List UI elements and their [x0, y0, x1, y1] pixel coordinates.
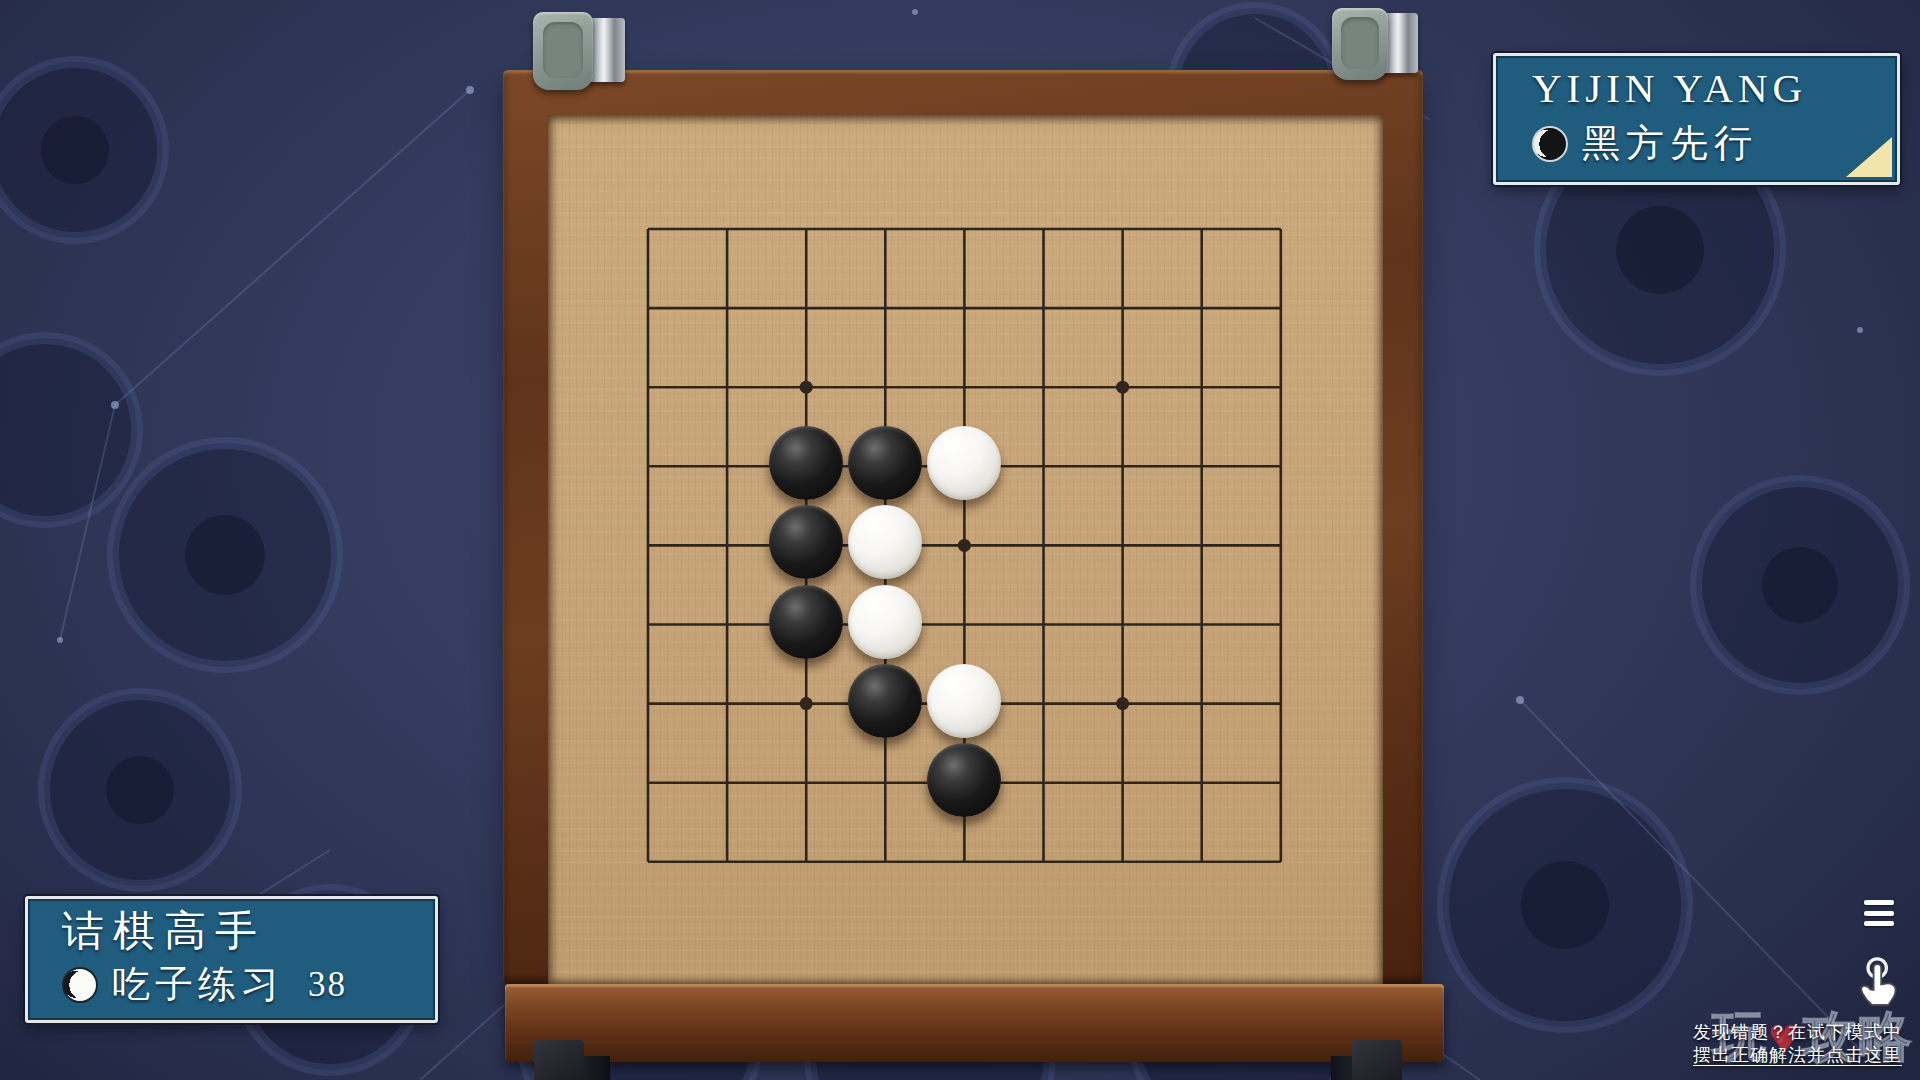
hint-click-here-link[interactable]: 摆出正确解法并点击这里 [1693, 1044, 1902, 1068]
easel-tray [505, 984, 1444, 1062]
panel-corner-triangle [1846, 137, 1892, 177]
stone-black [769, 505, 843, 579]
stone-white [848, 585, 922, 659]
player-title: YIJIN YANG [1532, 64, 1807, 112]
game-scene: YIJIN YANG 黑方先行 诘棋高手 吃子练习 38 玩♥攻略 发现错题？在… [0, 0, 1920, 1080]
turn-indicator: 黑方先行 [1582, 118, 1758, 169]
board-clamp-left [533, 12, 625, 90]
stone-black [848, 664, 922, 738]
stone-black [769, 585, 843, 659]
problem-title: 诘棋高手 [62, 903, 266, 959]
board-clamp-right [1332, 8, 1418, 80]
board-frame [503, 70, 1423, 984]
problem-series: 吃子练习 [112, 959, 284, 1010]
stone-black [927, 743, 1001, 817]
problem-panel: 诘棋高手 吃子练习 38 [25, 896, 438, 1023]
stone-white [927, 426, 1001, 500]
stone-white [848, 505, 922, 579]
leg-bracket-right [1352, 1040, 1402, 1080]
player-panel: YIJIN YANG 黑方先行 [1493, 53, 1900, 185]
problem-number: 38 [308, 965, 347, 1005]
hint-line1: 发现错题？在试下模式中 [1693, 1021, 1902, 1045]
white-stone-icon [62, 967, 98, 1003]
goban-surface[interactable] [548, 115, 1383, 984]
stone-white [927, 664, 1001, 738]
menu-button[interactable] [1864, 900, 1894, 926]
black-stone-icon [1532, 126, 1568, 162]
leg-bracket-left [534, 1040, 584, 1080]
hand-cursor-icon [1852, 956, 1904, 1012]
stone-black [769, 426, 843, 500]
stone-black [848, 426, 922, 500]
report-hint: 发现错题？在试下模式中 摆出正确解法并点击这里 [1693, 1021, 1902, 1069]
hamburger-icon [1864, 900, 1894, 905]
